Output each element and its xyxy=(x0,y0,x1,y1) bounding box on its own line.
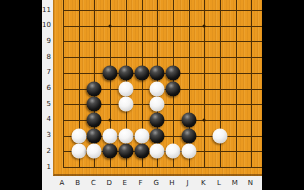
black-stone xyxy=(103,144,118,159)
black-stone xyxy=(165,81,180,96)
column-label: K xyxy=(197,179,209,187)
star-point xyxy=(203,118,206,121)
column-label: N xyxy=(244,179,256,187)
column-label: F xyxy=(135,179,147,187)
black-stone xyxy=(165,65,180,80)
black-stone xyxy=(181,112,196,127)
white-stone xyxy=(150,97,165,112)
black-stone xyxy=(134,65,149,80)
grid-line-horizontal xyxy=(63,10,263,11)
row-label: 10 xyxy=(42,21,51,30)
row-label: 5 xyxy=(47,100,51,109)
grid-line-horizontal xyxy=(63,41,263,42)
column-coordinate-strip: ABCDEFGHJKLMN xyxy=(53,176,262,190)
column-label: D xyxy=(103,179,115,187)
black-stone xyxy=(87,128,102,143)
black-stone xyxy=(150,128,165,143)
black-stone xyxy=(150,65,165,80)
white-stone xyxy=(165,144,180,159)
white-stone xyxy=(103,128,118,143)
row-label: 6 xyxy=(47,84,51,93)
row-label: 1 xyxy=(47,163,51,172)
white-stone xyxy=(118,128,133,143)
black-stone xyxy=(134,144,149,159)
star-point xyxy=(109,118,112,121)
row-label: 11 xyxy=(42,6,51,15)
row-label: 4 xyxy=(47,115,51,124)
white-stone xyxy=(71,128,86,143)
column-label: A xyxy=(56,179,68,187)
white-stone xyxy=(213,128,228,143)
black-stone xyxy=(118,144,133,159)
grid-line-horizontal xyxy=(63,26,263,27)
white-stone xyxy=(150,81,165,96)
white-stone xyxy=(118,81,133,96)
column-label: B xyxy=(72,179,84,187)
row-label: 2 xyxy=(47,147,51,156)
white-stone xyxy=(181,144,196,159)
star-point xyxy=(203,24,206,27)
column-label: J xyxy=(182,179,194,187)
row-label: 3 xyxy=(47,131,51,140)
black-stone xyxy=(181,128,196,143)
white-stone xyxy=(71,144,86,159)
white-stone xyxy=(150,144,165,159)
white-stone xyxy=(134,128,149,143)
white-stone xyxy=(87,144,102,159)
black-stone xyxy=(87,112,102,127)
black-stone xyxy=(87,97,102,112)
column-label: H xyxy=(166,179,178,187)
grid-line-horizontal xyxy=(63,57,263,58)
row-coordinate-strip: 1110987654321 xyxy=(42,0,53,190)
column-label: C xyxy=(87,179,99,187)
column-label: L xyxy=(213,179,225,187)
video-frame: 1110987654321 ABCDEFGHJKLMN xyxy=(0,0,304,190)
black-stone xyxy=(87,81,102,96)
letterbox-left xyxy=(0,0,42,190)
black-stone xyxy=(118,65,133,80)
column-label: G xyxy=(150,179,162,187)
go-board[interactable] xyxy=(53,0,262,176)
column-label: M xyxy=(229,179,241,187)
row-label: 8 xyxy=(47,53,51,62)
row-label: 7 xyxy=(47,68,51,77)
white-stone xyxy=(118,97,133,112)
black-stone xyxy=(150,112,165,127)
star-point xyxy=(109,24,112,27)
go-app-content: 1110987654321 ABCDEFGHJKLMN xyxy=(42,0,262,190)
black-stone xyxy=(103,65,118,80)
letterbox-right xyxy=(262,0,304,190)
row-label: 9 xyxy=(47,37,51,46)
column-label: E xyxy=(119,179,131,187)
grid-line-horizontal xyxy=(63,167,263,168)
